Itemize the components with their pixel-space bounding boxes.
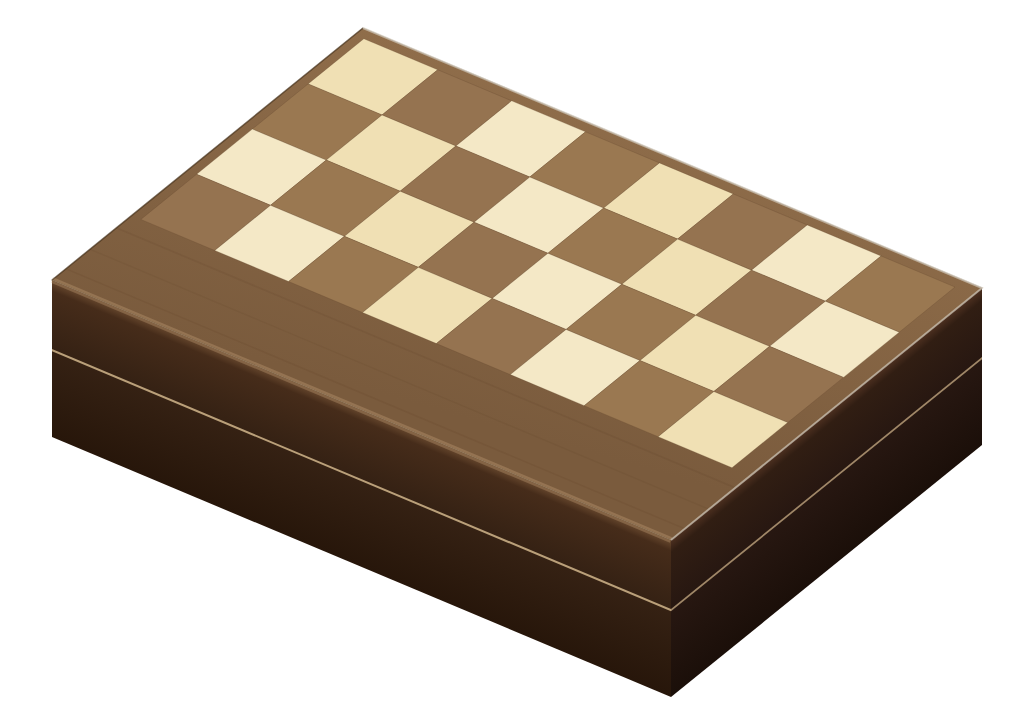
page-background [0, 0, 1020, 715]
product-photo-chess-box [0, 0, 1020, 715]
